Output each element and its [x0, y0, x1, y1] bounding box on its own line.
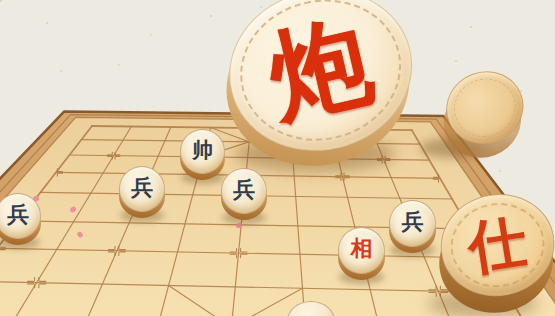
advisor-character: 仕	[463, 202, 532, 288]
xiangqi-scene: 帅兵兵兵兵相 炮 仕	[0, 0, 555, 316]
piece-character: 兵	[402, 211, 424, 233]
board-piece-general[interactable]: 帅	[180, 129, 225, 180]
floating-advisor-piece: 仕	[431, 186, 555, 316]
piece-character: 帅	[192, 140, 213, 161]
piece-character: 兵	[131, 177, 153, 199]
board-piece-soldier[interactable]: 兵	[389, 200, 436, 253]
piece-face: 兵	[389, 200, 436, 247]
piece-character: 兵	[7, 204, 29, 226]
board-piece-soldier[interactable]: 兵	[0, 193, 41, 245]
cannon-piece-face: 炮	[213, 0, 428, 169]
piece-character: 相	[351, 238, 373, 260]
board-piece-elephant[interactable]: 相	[338, 227, 385, 280]
cannon-character: 炮	[257, 0, 385, 147]
board-piece-soldier[interactable]: 兵	[119, 166, 165, 218]
piece-face: 相	[338, 227, 385, 274]
piece-face: 帅	[180, 129, 225, 174]
piece-face: 兵	[119, 166, 165, 212]
